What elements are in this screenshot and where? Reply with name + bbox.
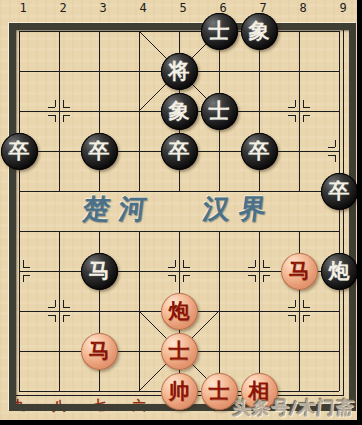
board-point-3-3: 卒 [79,131,119,171]
piece-grid: 士象将象士卒卒卒卒卒马马炮炮马士帅士相 [0,11,359,411]
piece-black-soldier[interactable]: 卒 [161,133,198,170]
board-point-6-0: 士 [199,11,239,51]
piece-black-soldier[interactable]: 卒 [321,173,358,210]
piece-black-elephant[interactable]: 象 [241,13,278,50]
board-point-6-2: 士 [199,91,239,131]
piece-black-general[interactable]: 将 [161,53,198,90]
board-point-7-3: 卒 [239,131,279,171]
board-point-5-2: 象 [159,91,199,131]
right-edge-bar [357,0,362,425]
board-point-5-7: 炮 [159,291,199,331]
board-point-8-6: 马 [279,251,319,291]
piece-red-advisor[interactable]: 士 [161,333,198,370]
piece-red-general[interactable]: 帅 [161,373,198,410]
piece-red-cannon[interactable]: 炮 [161,293,198,330]
board-point-5-3: 卒 [159,131,199,171]
board-point-5-9: 帅 [159,371,199,411]
xiangqi-board-screenshot: 123456789 楚河 汉界 士象将象士卒卒卒卒卒马马炮炮马士帅士相 九八七六… [0,0,362,425]
board-point-5-8: 士 [159,331,199,371]
piece-black-soldier[interactable]: 卒 [1,133,38,170]
board-point-9-4: 卒 [319,171,359,211]
piece-black-soldier[interactable]: 卒 [81,133,118,170]
board-point-1-3: 卒 [0,131,39,171]
piece-black-horse[interactable]: 马 [81,253,118,290]
piece-red-advisor[interactable]: 士 [201,373,238,410]
piece-red-horse[interactable]: 马 [81,333,118,370]
piece-black-advisor[interactable]: 士 [201,93,238,130]
board-point-3-6: 马 [79,251,119,291]
board-point-9-6: 炮 [319,251,359,291]
piece-black-elephant[interactable]: 象 [161,93,198,130]
board-point-5-1: 将 [159,51,199,91]
board-point-7-0: 象 [239,11,279,51]
piece-red-horse[interactable]: 马 [281,253,318,290]
board-point-3-8: 马 [79,331,119,371]
piece-black-cannon[interactable]: 炮 [321,253,358,290]
bottom-edge-bar [0,420,362,425]
piece-black-advisor[interactable]: 士 [201,13,238,50]
piece-black-soldier[interactable]: 卒 [241,133,278,170]
watermark-text: 头条号/木门斋 [232,396,356,420]
